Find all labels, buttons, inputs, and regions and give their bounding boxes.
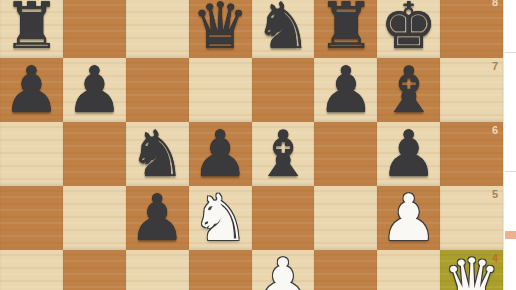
square-d7[interactable]	[189, 58, 252, 122]
piece-white-pawn[interactable]: ♟	[252, 250, 315, 290]
square-a6[interactable]	[0, 122, 63, 186]
rank-label-8: 8	[492, 0, 498, 8]
square-h4[interactable]: ♛4	[440, 250, 503, 290]
chess-board: ♜♛♞♜♚8♟♟♟♝7♞♟♝♟6♟♞♟5♟♛4	[0, 0, 503, 290]
square-e6[interactable]: ♝	[252, 122, 315, 186]
piece-black-knight[interactable]: ♞	[252, 0, 315, 58]
piece-black-pawn[interactable]: ♟	[377, 122, 440, 186]
piece-white-knight[interactable]: ♞	[189, 186, 252, 250]
square-a4[interactable]	[0, 250, 63, 290]
square-h8[interactable]: 8	[440, 0, 503, 58]
piece-black-pawn[interactable]: ♟	[0, 58, 63, 122]
page-background-strip	[503, 0, 516, 290]
square-e4[interactable]: ♟	[252, 250, 315, 290]
square-d8[interactable]: ♛	[189, 0, 252, 58]
square-b5[interactable]	[63, 186, 126, 250]
piece-black-pawn[interactable]: ♟	[63, 58, 126, 122]
piece-black-queen[interactable]: ♛	[189, 0, 252, 58]
piece-black-bishop[interactable]: ♝	[252, 122, 315, 186]
square-d5[interactable]: ♞	[189, 186, 252, 250]
square-a5[interactable]	[0, 186, 63, 250]
square-g5[interactable]: ♟	[377, 186, 440, 250]
square-c6[interactable]: ♞	[126, 122, 189, 186]
piece-black-rook[interactable]: ♜	[314, 0, 377, 58]
rank-label-5: 5	[492, 188, 498, 200]
square-b4[interactable]	[63, 250, 126, 290]
square-h5[interactable]: 5	[440, 186, 503, 250]
square-g6[interactable]: ♟	[377, 122, 440, 186]
square-a7[interactable]: ♟	[0, 58, 63, 122]
rank-label-4: 4	[492, 252, 498, 264]
piece-black-bishop[interactable]: ♝	[377, 58, 440, 122]
square-f4[interactable]	[314, 250, 377, 290]
square-h7[interactable]: 7	[440, 58, 503, 122]
square-e5[interactable]	[252, 186, 315, 250]
square-g4[interactable]	[377, 250, 440, 290]
accent-band	[505, 231, 516, 239]
piece-black-pawn[interactable]: ♟	[314, 58, 377, 122]
square-e7[interactable]	[252, 58, 315, 122]
square-f5[interactable]	[314, 186, 377, 250]
square-a8[interactable]: ♜	[0, 0, 63, 58]
square-c4[interactable]	[126, 250, 189, 290]
divider-line-top	[505, 52, 516, 53]
square-f6[interactable]	[314, 122, 377, 186]
piece-white-pawn[interactable]: ♟	[377, 186, 440, 250]
square-b8[interactable]	[63, 0, 126, 58]
rank-label-6: 6	[492, 124, 498, 136]
square-f8[interactable]: ♜	[314, 0, 377, 58]
square-c8[interactable]	[126, 0, 189, 58]
square-g8[interactable]: ♚	[377, 0, 440, 58]
square-e8[interactable]: ♞	[252, 0, 315, 58]
piece-black-rook[interactable]: ♜	[0, 0, 63, 58]
rank-label-7: 7	[492, 60, 498, 72]
square-d4[interactable]	[189, 250, 252, 290]
square-c7[interactable]	[126, 58, 189, 122]
square-h6[interactable]: 6	[440, 122, 503, 186]
square-g7[interactable]: ♝	[377, 58, 440, 122]
piece-black-knight[interactable]: ♞	[126, 122, 189, 186]
square-b7[interactable]: ♟	[63, 58, 126, 122]
piece-black-king[interactable]: ♚	[377, 0, 440, 58]
square-c5[interactable]: ♟	[126, 186, 189, 250]
piece-black-pawn[interactable]: ♟	[126, 186, 189, 250]
square-d6[interactable]: ♟	[189, 122, 252, 186]
piece-black-pawn[interactable]: ♟	[189, 122, 252, 186]
divider-line-middle	[505, 171, 516, 172]
square-b6[interactable]	[63, 122, 126, 186]
screenshot-root: ♜♛♞♜♚8♟♟♟♝7♞♟♝♟6♟♞♟5♟♛4	[0, 0, 516, 290]
square-f7[interactable]: ♟	[314, 58, 377, 122]
